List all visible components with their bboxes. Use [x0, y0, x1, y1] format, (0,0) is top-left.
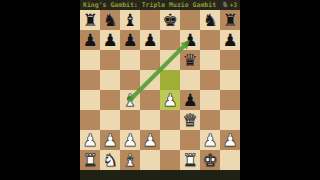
- square-h4[interactable]: [220, 90, 240, 110]
- black-king: ♚: [162, 10, 177, 30]
- square-b6[interactable]: [100, 50, 120, 70]
- opening-title: King's Gambit: Triple Muzio Gambit: [83, 0, 216, 10]
- square-f3[interactable]: ♛: [180, 110, 200, 130]
- square-f6[interactable]: ♛: [180, 50, 200, 70]
- square-g1[interactable]: ♚: [200, 150, 220, 170]
- white-queen: ♛: [182, 110, 197, 130]
- black-rook: ♜: [222, 10, 237, 30]
- square-c7[interactable]: ♟: [120, 30, 140, 50]
- square-c3[interactable]: [120, 110, 140, 130]
- white-pawn: ♟: [202, 130, 217, 150]
- square-a4[interactable]: [80, 90, 100, 110]
- square-d4[interactable]: [140, 90, 160, 110]
- square-g3[interactable]: [200, 110, 220, 130]
- square-d6[interactable]: [140, 50, 160, 70]
- square-e4[interactable]: ♟: [160, 90, 180, 110]
- chess-stage: King's Gambit: Triple Muzio Gambit ♞ +3 …: [80, 0, 240, 180]
- square-h7[interactable]: ♟: [220, 30, 240, 50]
- square-e8[interactable]: ♚: [160, 10, 180, 30]
- black-pawn: ♟: [182, 30, 197, 50]
- square-g5[interactable]: [200, 70, 220, 90]
- square-b3[interactable]: [100, 110, 120, 130]
- square-f2[interactable]: [180, 130, 200, 150]
- square-c8[interactable]: ♝: [120, 10, 140, 30]
- square-d5[interactable]: [140, 70, 160, 90]
- left-black-bar: [0, 0, 80, 180]
- square-a8[interactable]: ♜: [80, 10, 100, 30]
- square-d1[interactable]: [140, 150, 160, 170]
- square-f5[interactable]: [180, 70, 200, 90]
- black-knight: ♞: [202, 10, 217, 30]
- square-h6[interactable]: [220, 50, 240, 70]
- black-pawn: ♟: [182, 90, 197, 110]
- square-c5[interactable]: [120, 70, 140, 90]
- material-value: +3: [230, 1, 237, 9]
- square-b5[interactable]: [100, 70, 120, 90]
- square-h3[interactable]: [220, 110, 240, 130]
- square-a3[interactable]: [80, 110, 100, 130]
- white-pawn: ♟: [82, 130, 97, 150]
- square-d7[interactable]: ♟: [140, 30, 160, 50]
- black-pawn: ♟: [222, 30, 237, 50]
- square-c1[interactable]: ♝: [120, 150, 140, 170]
- square-g8[interactable]: ♞: [200, 10, 220, 30]
- black-bishop: ♝: [122, 10, 137, 30]
- square-b4[interactable]: [100, 90, 120, 110]
- square-a2[interactable]: ♟: [80, 130, 100, 150]
- square-h1[interactable]: [220, 150, 240, 170]
- square-b1[interactable]: ♞: [100, 150, 120, 170]
- black-rook: ♜: [82, 10, 97, 30]
- right-black-bar: [240, 0, 320, 180]
- square-e5[interactable]: [160, 70, 180, 90]
- square-g7[interactable]: [200, 30, 220, 50]
- knight-icon: ♞: [222, 1, 229, 9]
- chess-board: ♜♞♝♚♞♜♟♟♟♟♟♟♛♝♟♟♛♟♟♟♟♟♟♜♞♝♜♚: [80, 10, 240, 170]
- square-f4[interactable]: ♟: [180, 90, 200, 110]
- square-g4[interactable]: [200, 90, 220, 110]
- white-bishop: ♝: [122, 150, 137, 170]
- square-g6[interactable]: [200, 50, 220, 70]
- square-a7[interactable]: ♟: [80, 30, 100, 50]
- square-a1[interactable]: ♜: [80, 150, 100, 170]
- square-h2[interactable]: ♟: [220, 130, 240, 150]
- square-h8[interactable]: ♜: [220, 10, 240, 30]
- square-e6[interactable]: [160, 50, 180, 70]
- black-pawn: ♟: [142, 30, 157, 50]
- square-c6[interactable]: [120, 50, 140, 70]
- square-d8[interactable]: [140, 10, 160, 30]
- square-a5[interactable]: [80, 70, 100, 90]
- white-pawn: ♟: [142, 130, 157, 150]
- square-e7[interactable]: [160, 30, 180, 50]
- square-e1[interactable]: [160, 150, 180, 170]
- black-pawn: ♟: [82, 30, 97, 50]
- title-bar: King's Gambit: Triple Muzio Gambit ♞ +3: [80, 0, 240, 10]
- black-pawn: ♟: [102, 30, 117, 50]
- square-h5[interactable]: [220, 70, 240, 90]
- square-d2[interactable]: ♟: [140, 130, 160, 150]
- black-knight: ♞: [102, 10, 117, 30]
- board-wrapper: ♜♞♝♚♞♜♟♟♟♟♟♟♛♝♟♟♛♟♟♟♟♟♟♜♞♝♜♚: [80, 10, 240, 170]
- square-f1[interactable]: ♜: [180, 150, 200, 170]
- white-rook: ♜: [82, 150, 97, 170]
- white-bishop: ♝: [122, 90, 137, 110]
- square-c2[interactable]: ♟: [120, 130, 140, 150]
- white-knight: ♞: [102, 150, 117, 170]
- video-frame: King's Gambit: Triple Muzio Gambit ♞ +3 …: [0, 0, 320, 180]
- white-pawn: ♟: [122, 130, 137, 150]
- white-king: ♚: [202, 150, 217, 170]
- square-f7[interactable]: ♟: [180, 30, 200, 50]
- square-d3[interactable]: [140, 110, 160, 130]
- black-queen: ♛: [182, 50, 197, 70]
- square-g2[interactable]: ♟: [200, 130, 220, 150]
- material-indicator: ♞ +3: [222, 1, 237, 9]
- square-e3[interactable]: [160, 110, 180, 130]
- square-f8[interactable]: [180, 10, 200, 30]
- bottom-bar: [80, 170, 240, 180]
- white-pawn: ♟: [222, 130, 237, 150]
- black-pawn: ♟: [122, 30, 137, 50]
- square-a6[interactable]: [80, 50, 100, 70]
- square-b7[interactable]: ♟: [100, 30, 120, 50]
- square-c4[interactable]: ♝: [120, 90, 140, 110]
- white-rook: ♜: [182, 150, 197, 170]
- square-e2[interactable]: [160, 130, 180, 150]
- square-b8[interactable]: ♞: [100, 10, 120, 30]
- white-pawn: ♟: [102, 130, 117, 150]
- white-pawn: ♟: [162, 90, 177, 110]
- square-b2[interactable]: ♟: [100, 130, 120, 150]
